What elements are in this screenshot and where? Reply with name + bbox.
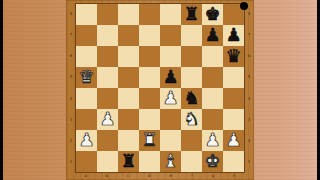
file-label-g: g [209, 174, 217, 178]
file-label-f: f [188, 174, 196, 178]
square-f2[interactable] [181, 130, 202, 151]
square-c2[interactable] [118, 130, 139, 151]
white-queen-a5[interactable]: ♛ [78, 68, 94, 86]
square-g8[interactable]: ♚ [202, 4, 223, 25]
white-pawn-h2[interactable]: ♟ [225, 131, 241, 149]
black-rook-f8[interactable]: ♜ [183, 5, 199, 23]
square-g6[interactable] [202, 46, 223, 67]
square-e7[interactable] [160, 25, 181, 46]
black-queen-h6[interactable]: ♛ [225, 47, 241, 65]
square-e8[interactable] [160, 4, 181, 25]
square-b4[interactable] [97, 88, 118, 109]
square-h7[interactable]: ♟ [223, 25, 244, 46]
square-h2[interactable]: ♟ [223, 130, 244, 151]
square-c4[interactable] [118, 88, 139, 109]
square-e3[interactable] [160, 109, 181, 130]
square-e5[interactable]: ♟ [160, 67, 181, 88]
square-f1[interactable] [181, 151, 202, 172]
white-pawn-a2[interactable]: ♟ [78, 131, 94, 149]
square-g2[interactable]: ♟ [202, 130, 223, 151]
rank-label-6: 6 [247, 54, 251, 58]
square-a3[interactable] [76, 109, 97, 130]
square-a7[interactable] [76, 25, 97, 46]
square-g3[interactable] [202, 109, 223, 130]
square-b7[interactable] [97, 25, 118, 46]
white-rook-d2[interactable]: ♜ [141, 131, 157, 149]
black-rook-c1[interactable]: ♜ [120, 152, 136, 170]
square-c7[interactable] [118, 25, 139, 46]
square-a1[interactable] [76, 151, 97, 172]
rank-label-4: 4 [69, 97, 73, 101]
square-a5[interactable]: ♛ [76, 67, 97, 88]
square-h6[interactable]: ♛ [223, 46, 244, 67]
file-label-b: b [103, 174, 111, 178]
square-h4[interactable] [223, 88, 244, 109]
square-e2[interactable] [160, 130, 181, 151]
square-d6[interactable] [139, 46, 160, 67]
chess-app-screen: ♜♚♟♟♛♛♟♟♞♟♞♟♜♟♟♜♝♚ 87654321 87654321 abc… [0, 0, 320, 180]
square-g5[interactable] [202, 67, 223, 88]
square-c6[interactable] [118, 46, 139, 67]
square-f5[interactable] [181, 67, 202, 88]
white-pawn-e4[interactable]: ♟ [162, 89, 178, 107]
file-label-c: c [124, 174, 132, 178]
square-d1[interactable] [139, 151, 160, 172]
square-f6[interactable] [181, 46, 202, 67]
left-black-bar [0, 0, 3, 180]
white-knight-f3[interactable]: ♞ [183, 110, 199, 128]
black-pawn-h7[interactable]: ♟ [225, 26, 241, 44]
square-b8[interactable] [97, 4, 118, 25]
square-d5[interactable] [139, 67, 160, 88]
rank-label-7: 7 [69, 33, 73, 37]
square-b2[interactable] [97, 130, 118, 151]
rank-label-2: 2 [247, 139, 251, 143]
rank-label-6: 6 [69, 54, 73, 58]
white-bishop-e1[interactable]: ♝ [162, 152, 178, 170]
square-b6[interactable] [97, 46, 118, 67]
square-h1[interactable] [223, 151, 244, 172]
square-h3[interactable] [223, 109, 244, 130]
square-e4[interactable]: ♟ [160, 88, 181, 109]
rank-label-2: 2 [69, 139, 73, 143]
square-c8[interactable] [118, 4, 139, 25]
rank-label-1: 1 [247, 160, 251, 164]
rank-label-3: 3 [247, 118, 251, 122]
square-h5[interactable] [223, 67, 244, 88]
rank-label-5: 5 [69, 75, 73, 79]
square-f4[interactable]: ♞ [181, 88, 202, 109]
square-a6[interactable] [76, 46, 97, 67]
rank-label-7: 7 [247, 33, 251, 37]
square-c1[interactable]: ♜ [118, 151, 139, 172]
rank-label-8: 8 [247, 12, 251, 16]
rank-label-8: 8 [69, 12, 73, 16]
square-g1[interactable]: ♚ [202, 151, 223, 172]
square-c3[interactable] [118, 109, 139, 130]
white-king-g1[interactable]: ♚ [204, 152, 220, 170]
square-d2[interactable]: ♜ [139, 130, 160, 151]
white-pawn-g2[interactable]: ♟ [204, 131, 220, 149]
square-d3[interactable] [139, 109, 160, 130]
square-e6[interactable] [160, 46, 181, 67]
square-a4[interactable] [76, 88, 97, 109]
file-label-d: d [145, 174, 153, 178]
rank-label-1: 1 [69, 160, 73, 164]
square-c5[interactable] [118, 67, 139, 88]
square-b1[interactable] [97, 151, 118, 172]
square-g4[interactable] [202, 88, 223, 109]
white-pawn-b3[interactable]: ♟ [99, 110, 115, 128]
file-label-a: a [82, 174, 90, 178]
square-f7[interactable] [181, 25, 202, 46]
square-a2[interactable]: ♟ [76, 130, 97, 151]
rank-label-5: 5 [247, 75, 251, 79]
black-pawn-e5[interactable]: ♟ [162, 68, 178, 86]
black-to-move-indicator [240, 2, 248, 10]
square-d4[interactable] [139, 88, 160, 109]
square-g7[interactable]: ♟ [202, 25, 223, 46]
black-pawn-g7[interactable]: ♟ [204, 26, 220, 44]
square-e1[interactable]: ♝ [160, 151, 181, 172]
square-a8[interactable] [76, 4, 97, 25]
square-f3[interactable]: ♞ [181, 109, 202, 130]
file-label-h: h [230, 174, 238, 178]
rank-label-4: 4 [247, 97, 251, 101]
square-d7[interactable] [139, 25, 160, 46]
square-d8[interactable] [139, 4, 160, 25]
rank-label-3: 3 [69, 118, 73, 122]
board: ♜♚♟♟♛♛♟♟♞♟♞♟♜♟♟♜♝♚ [75, 3, 245, 173]
black-knight-f4[interactable]: ♞ [183, 89, 199, 107]
file-label-e: e [167, 174, 175, 178]
square-b5[interactable] [97, 67, 118, 88]
black-king-g8[interactable]: ♚ [204, 5, 220, 23]
square-b3[interactable]: ♟ [97, 109, 118, 130]
square-f8[interactable]: ♜ [181, 4, 202, 25]
